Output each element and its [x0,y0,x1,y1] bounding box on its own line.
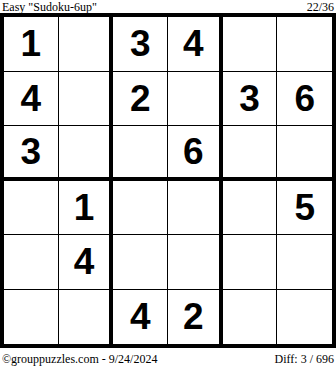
cell-r2c1[interactable]: 4 [4,72,59,127]
given-digit: 3 [239,80,260,117]
given-digit: 3 [130,25,151,62]
puzzle-page: Easy "Sudoku-6up" 22/36 13442363615442 ©… [0,0,336,370]
cell-r6c1[interactable] [4,290,59,345]
cell-r4c6[interactable]: 5 [277,181,332,236]
given-digit: 6 [294,80,315,117]
cell-r1c2[interactable] [59,17,114,72]
cell-r2c6[interactable]: 6 [277,72,332,127]
puzzle-title: Easy "Sudoku-6up" [2,1,97,13]
given-digit: 1 [21,25,42,62]
cell-r4c3[interactable] [113,181,168,236]
cell-r5c1[interactable] [4,235,59,290]
given-digit: 6 [183,133,204,170]
cell-r2c4[interactable] [168,72,223,127]
given-digit: 3 [21,133,42,170]
given-digit: 5 [294,189,315,226]
given-digit: 4 [183,25,204,62]
cell-r5c3[interactable] [113,235,168,290]
given-digit: 4 [21,80,42,117]
cell-r3c1[interactable]: 3 [4,126,59,181]
cell-r4c4[interactable] [168,181,223,236]
given-digit: 4 [130,298,151,335]
given-digit: 4 [74,243,95,280]
cells-remaining-counter: 22/36 [307,1,334,13]
header: Easy "Sudoku-6up" 22/36 [0,0,336,13]
cell-r2c2[interactable] [59,72,114,127]
cell-r5c5[interactable] [223,235,278,290]
cell-r3c4[interactable]: 6 [168,126,223,181]
given-digit: 1 [74,189,95,226]
footer: ©grouppuzzles.com - 9/24/2024 Diff: 3 / … [0,348,336,370]
cell-r5c6[interactable] [277,235,332,290]
cell-r4c1[interactable] [4,181,59,236]
cell-r1c6[interactable] [277,17,332,72]
cell-r2c3[interactable]: 2 [113,72,168,127]
sudoku-board: 13442363615442 [0,13,336,348]
cell-r6c2[interactable] [59,290,114,345]
cell-r1c4[interactable]: 4 [168,17,223,72]
cell-r5c2[interactable]: 4 [59,235,114,290]
cell-r1c5[interactable] [223,17,278,72]
given-digit: 2 [183,298,204,335]
cell-r3c6[interactable] [277,126,332,181]
cell-r5c4[interactable] [168,235,223,290]
cell-r6c5[interactable] [223,290,278,345]
cell-r6c4[interactable]: 2 [168,290,223,345]
cell-r2c5[interactable]: 3 [223,72,278,127]
cell-r3c3[interactable] [113,126,168,181]
cell-r3c2[interactable] [59,126,114,181]
cell-r4c2[interactable]: 1 [59,181,114,236]
cell-r6c6[interactable] [277,290,332,345]
difficulty-text: Diff: 3 / 696 [275,353,334,366]
given-digit: 2 [130,80,151,117]
cell-r6c3[interactable]: 4 [113,290,168,345]
cell-r1c1[interactable]: 1 [4,17,59,72]
cell-r4c5[interactable] [223,181,278,236]
copyright-text: ©grouppuzzles.com - 9/24/2024 [2,353,157,366]
cell-r1c3[interactable]: 3 [113,17,168,72]
cell-r3c5[interactable] [223,126,278,181]
